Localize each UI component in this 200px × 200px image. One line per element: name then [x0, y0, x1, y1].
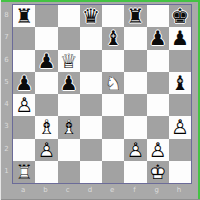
square-b5[interactable]	[35, 72, 57, 94]
square-e6[interactable]	[102, 50, 124, 72]
black-pawn[interactable]: ♟	[169, 27, 191, 49]
chess-board: ♜♛♜♚♝♟♟♟♛♕♟♟♞♘♝♟♙♝♗♝♗♟♙♟♙♟♙♟♙♜♖♚♔	[12, 4, 192, 184]
square-a6[interactable]	[13, 50, 35, 72]
square-d8[interactable]: ♛	[80, 5, 102, 27]
square-h1[interactable]	[169, 161, 191, 183]
square-h7[interactable]: ♟	[169, 27, 191, 49]
square-b2[interactable]: ♟♙	[35, 139, 57, 161]
square-d3[interactable]	[80, 116, 102, 138]
square-a5[interactable]: ♟	[13, 72, 35, 94]
white-pawn[interactable]: ♟♙	[169, 116, 191, 138]
rank-label-3: 3	[1, 115, 12, 137]
white-bishop[interactable]: ♝♗	[35, 116, 57, 138]
square-d6[interactable]	[80, 50, 102, 72]
square-b8[interactable]	[35, 5, 57, 27]
square-g7[interactable]: ♟	[147, 27, 169, 49]
square-g1[interactable]: ♚♔	[147, 161, 169, 183]
square-h4[interactable]	[169, 94, 191, 116]
rank-label-2: 2	[1, 138, 12, 160]
square-a3[interactable]	[13, 116, 35, 138]
square-e5[interactable]: ♞♘	[102, 72, 124, 94]
square-e1[interactable]	[102, 161, 124, 183]
black-bishop[interactable]: ♝	[102, 27, 124, 49]
square-e4[interactable]	[102, 94, 124, 116]
file-labels: abcdefgh	[12, 184, 190, 197]
square-c5[interactable]: ♟	[58, 72, 80, 94]
frame-bottom-edge	[1, 199, 200, 200]
black-pawn[interactable]: ♟	[58, 72, 80, 94]
square-h8[interactable]: ♚	[169, 5, 191, 27]
file-label-c: c	[57, 184, 79, 197]
square-a1[interactable]: ♜♖	[13, 161, 35, 183]
square-e7[interactable]: ♝	[102, 27, 124, 49]
square-g2[interactable]: ♟♙	[147, 139, 169, 161]
file-label-h: h	[168, 184, 190, 197]
black-pawn[interactable]: ♟	[35, 50, 57, 72]
file-label-e: e	[101, 184, 123, 197]
white-king[interactable]: ♚♔	[147, 161, 169, 183]
square-d1[interactable]	[80, 161, 102, 183]
square-e8[interactable]	[102, 5, 124, 27]
square-c4[interactable]	[58, 94, 80, 116]
square-f7[interactable]	[124, 27, 146, 49]
square-g8[interactable]	[147, 5, 169, 27]
white-pawn[interactable]: ♟♙	[124, 139, 146, 161]
white-bishop[interactable]: ♝♗	[58, 116, 80, 138]
square-c6[interactable]: ♛♕	[58, 50, 80, 72]
square-g6[interactable]	[147, 50, 169, 72]
square-a7[interactable]	[13, 27, 35, 49]
square-d2[interactable]	[80, 139, 102, 161]
square-a2[interactable]	[13, 139, 35, 161]
chess-diagram: 87654321 ♜♛♜♚♝♟♟♟♛♕♟♟♞♘♝♟♙♝♗♝♗♟♙♟♙♟♙♟♙♜♖…	[0, 0, 200, 200]
square-e2[interactable]	[102, 139, 124, 161]
square-d4[interactable]	[80, 94, 102, 116]
square-g5[interactable]	[147, 72, 169, 94]
rank-label-6: 6	[1, 49, 12, 71]
square-b4[interactable]	[35, 94, 57, 116]
rank-label-1: 1	[1, 160, 12, 182]
square-a8[interactable]: ♜	[13, 5, 35, 27]
square-f4[interactable]	[124, 94, 146, 116]
file-label-d: d	[79, 184, 101, 197]
square-f1[interactable]	[124, 161, 146, 183]
rank-label-7: 7	[1, 26, 12, 48]
black-rook[interactable]: ♜	[124, 5, 146, 27]
square-d7[interactable]	[80, 27, 102, 49]
white-queen[interactable]: ♛♕	[58, 50, 80, 72]
square-g4[interactable]	[147, 94, 169, 116]
square-b6[interactable]: ♟	[35, 50, 57, 72]
square-a4[interactable]: ♟♙	[13, 94, 35, 116]
rank-labels: 87654321	[1, 4, 12, 182]
file-label-a: a	[12, 184, 34, 197]
square-f3[interactable]	[124, 116, 146, 138]
black-bishop[interactable]: ♝	[169, 72, 191, 94]
white-knight[interactable]: ♞♘	[102, 72, 124, 94]
square-h5[interactable]: ♝	[169, 72, 191, 94]
black-queen[interactable]: ♛	[80, 5, 102, 27]
square-h3[interactable]: ♟♙	[169, 116, 191, 138]
frame-top-accent-line	[1, 0, 200, 2]
file-label-f: f	[123, 184, 145, 197]
rank-label-5: 5	[1, 71, 12, 93]
square-c7[interactable]	[58, 27, 80, 49]
square-f8[interactable]: ♜	[124, 5, 146, 27]
square-g3[interactable]	[147, 116, 169, 138]
rank-label-8: 8	[1, 4, 12, 26]
square-c3[interactable]: ♝♗	[58, 116, 80, 138]
square-b1[interactable]	[35, 161, 57, 183]
frame-right-accent-line	[198, 0, 200, 200]
black-rook[interactable]: ♜	[13, 5, 35, 27]
rank-label-4: 4	[1, 93, 12, 115]
black-king[interactable]: ♚	[169, 5, 191, 27]
file-label-g: g	[146, 184, 168, 197]
white-pawn[interactable]: ♟♙	[147, 139, 169, 161]
white-pawn[interactable]: ♟♙	[13, 94, 35, 116]
black-pawn[interactable]: ♟	[147, 27, 169, 49]
square-h6[interactable]	[169, 50, 191, 72]
square-c8[interactable]	[58, 5, 80, 27]
square-f6[interactable]	[124, 50, 146, 72]
square-f5[interactable]	[124, 72, 146, 94]
white-pawn[interactable]: ♟♙	[35, 139, 57, 161]
square-h2[interactable]	[169, 139, 191, 161]
white-rook[interactable]: ♜♖	[13, 161, 35, 183]
square-b3[interactable]: ♝♗	[35, 116, 57, 138]
square-c1[interactable]	[58, 161, 80, 183]
file-label-b: b	[34, 184, 56, 197]
square-d5[interactable]	[80, 72, 102, 94]
square-f2[interactable]: ♟♙	[124, 139, 146, 161]
square-c2[interactable]	[58, 139, 80, 161]
square-e3[interactable]	[102, 116, 124, 138]
square-b7[interactable]	[35, 27, 57, 49]
black-pawn[interactable]: ♟	[13, 72, 35, 94]
